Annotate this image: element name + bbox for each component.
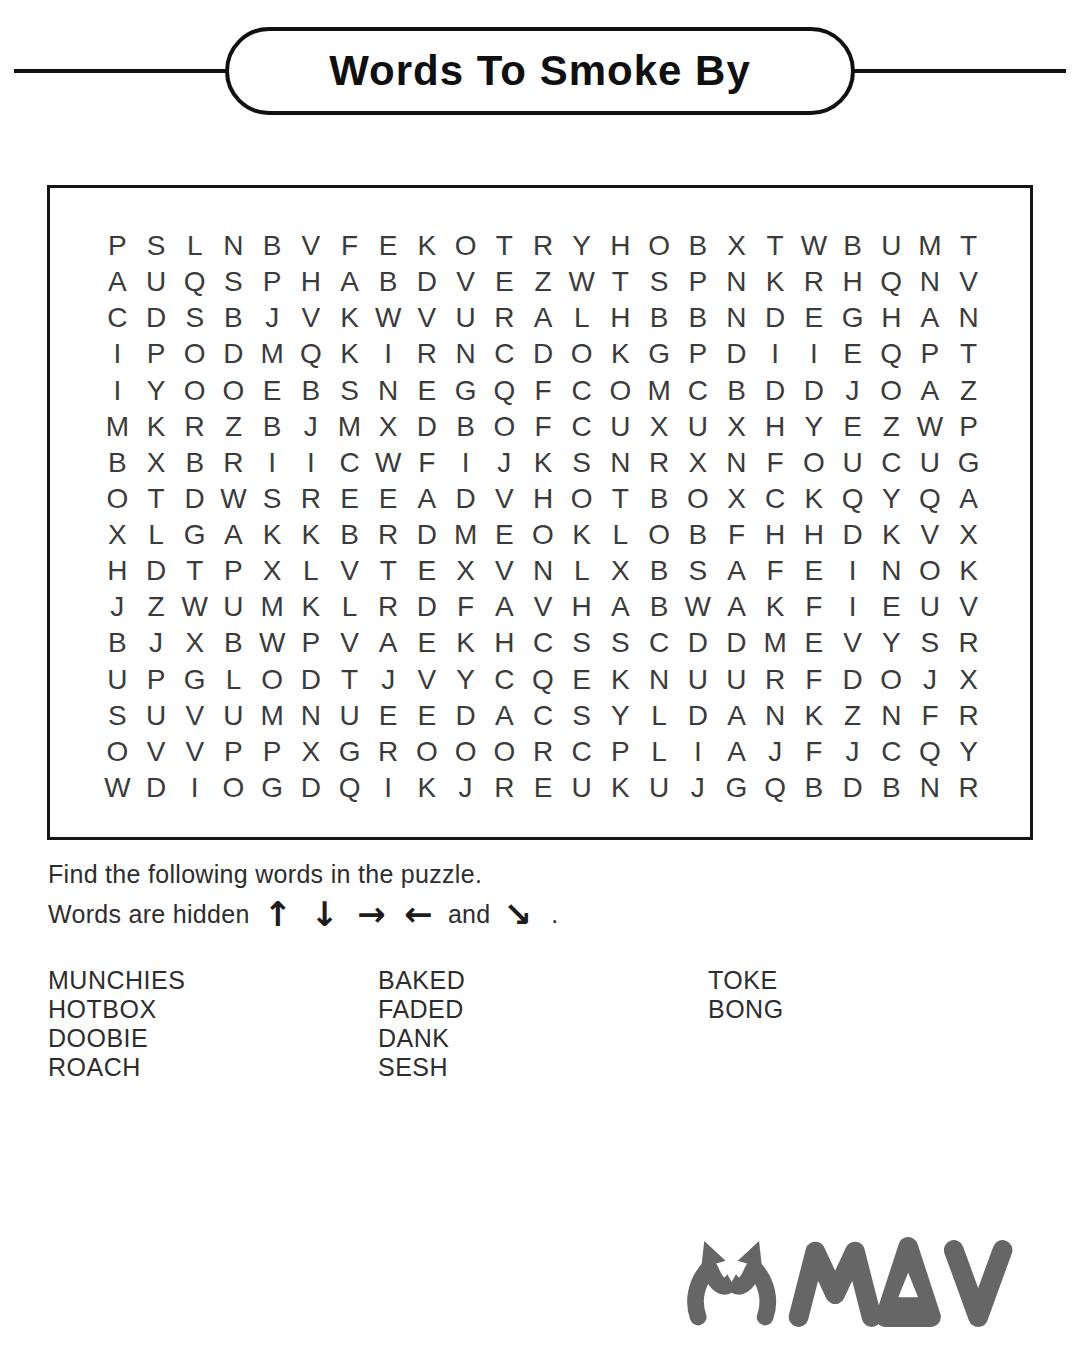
grid-cell: X [640, 409, 679, 445]
grid-cell: O [640, 228, 679, 264]
grid-cell: Z [833, 698, 872, 734]
grid-cell: V [330, 553, 369, 589]
grid-cell: B [253, 228, 292, 264]
grid-cell: S [640, 264, 679, 300]
grid-cell: A [911, 373, 950, 409]
grid-cell: K [949, 553, 988, 589]
grid-cell: L [175, 228, 214, 264]
grid-cell: N [369, 373, 408, 409]
grid-cell: C [562, 409, 601, 445]
grid-cell: E [833, 336, 872, 372]
grid-cell: N [214, 228, 253, 264]
grid-cell: B [640, 553, 679, 589]
grid-cell: K [601, 336, 640, 372]
grid-cell: B [717, 373, 756, 409]
grid-cell: Q [833, 481, 872, 517]
grid-cell: V [949, 589, 988, 625]
grid-cell: K [408, 770, 447, 806]
grid-cell: M [446, 517, 485, 553]
grid-cell: D [446, 481, 485, 517]
grid-cell: U [137, 698, 176, 734]
grid-cell: A [214, 517, 253, 553]
grid-cell: B [833, 228, 872, 264]
grid-cell: P [678, 264, 717, 300]
grid-cell: M [98, 409, 137, 445]
grid-cell: Y [872, 625, 911, 661]
grid-cell: B [369, 264, 408, 300]
grid-cell: U [678, 409, 717, 445]
grid-cell: J [369, 662, 408, 698]
grid-cell: P [253, 264, 292, 300]
grid-cell: H [756, 517, 795, 553]
grid-cell: D [446, 698, 485, 734]
grid-cell: T [175, 553, 214, 589]
grid-cell: H [601, 228, 640, 264]
grid-cell: M [330, 409, 369, 445]
grid-cell: L [214, 662, 253, 698]
grid-cell: I [795, 336, 834, 372]
grid-cell: X [717, 481, 756, 517]
grid-cell: O [214, 373, 253, 409]
grid-cell: X [446, 553, 485, 589]
grid-cell: T [330, 662, 369, 698]
grid-cell: L [640, 698, 679, 734]
grid-cell: B [872, 770, 911, 806]
instructions-line2: Words are hidden ↑ ↓ → ← and ↘ . [48, 897, 559, 931]
grid-cell: I [369, 336, 408, 372]
grid-cell: X [717, 228, 756, 264]
grid-cell: E [795, 553, 834, 589]
grid-cell: I [369, 770, 408, 806]
grid-cell: K [795, 481, 834, 517]
grid-cell: F [408, 445, 447, 481]
grid-cell: J [98, 589, 137, 625]
grid-cell: E [795, 625, 834, 661]
grid-cell: Q [911, 734, 950, 770]
grid-cell: N [601, 445, 640, 481]
grid-cell: E [369, 228, 408, 264]
grid-cell: A [369, 625, 408, 661]
grid-cell: R [369, 589, 408, 625]
grid-cell: U [911, 589, 950, 625]
grid-cell: B [330, 517, 369, 553]
grid-cell: Z [872, 409, 911, 445]
grid-cell: Y [601, 698, 640, 734]
grid-cell: W [175, 589, 214, 625]
grid-cell: E [408, 553, 447, 589]
grid-cell: H [524, 481, 563, 517]
grid-cell: C [562, 373, 601, 409]
word-list-item: DANK [378, 1024, 465, 1053]
grid-cell: E [369, 481, 408, 517]
grid-cell: G [833, 300, 872, 336]
mav-logo [686, 1236, 1036, 1328]
grid-cell: O [601, 373, 640, 409]
grid-cell: O [795, 445, 834, 481]
grid-cell: B [214, 625, 253, 661]
grid-cell: O [175, 336, 214, 372]
grid-cell: Y [446, 662, 485, 698]
grid-cell: C [562, 734, 601, 770]
grid-cell: O [175, 373, 214, 409]
grid-cell: H [98, 553, 137, 589]
grid-cell: V [446, 264, 485, 300]
grid-cell: V [175, 734, 214, 770]
grid-cell: G [640, 336, 679, 372]
grid-cell: P [291, 625, 330, 661]
grid-cell: A [601, 589, 640, 625]
grid-cell: W [369, 445, 408, 481]
grid-cell: N [717, 264, 756, 300]
grid-cell: N [446, 336, 485, 372]
grid-cell: K [756, 264, 795, 300]
grid-cell: C [872, 445, 911, 481]
grid-cell: F [524, 409, 563, 445]
grid-cell: H [485, 625, 524, 661]
grid-cell: L [137, 517, 176, 553]
grid-cell: D [756, 300, 795, 336]
grid-cell: H [291, 264, 330, 300]
grid-cell: U [214, 589, 253, 625]
grid-cell: P [98, 228, 137, 264]
grid-cell: U [911, 445, 950, 481]
grid-cell: N [717, 445, 756, 481]
grid-cell: D [833, 662, 872, 698]
grid-cell: O [911, 553, 950, 589]
grid-cell: X [601, 553, 640, 589]
grid-cell: I [678, 734, 717, 770]
grid-cell: K [756, 589, 795, 625]
left-arrow-icon: ← [404, 897, 433, 931]
grid-cell: R [485, 770, 524, 806]
grid-cell: X [717, 409, 756, 445]
grid-cell: A [911, 300, 950, 336]
grid-cell: T [137, 481, 176, 517]
grid-cell: T [949, 228, 988, 264]
grid-cell: I [833, 589, 872, 625]
grid-cell: F [911, 698, 950, 734]
grid-cell: C [524, 625, 563, 661]
word-list-item: SESH [378, 1053, 465, 1082]
grid-cell: Q [291, 336, 330, 372]
grid-cell: E [369, 698, 408, 734]
grid-cell: S [911, 625, 950, 661]
grid-cell: C [330, 445, 369, 481]
grid-cell: H [562, 589, 601, 625]
grid-cell: N [524, 553, 563, 589]
grid-cell: S [137, 228, 176, 264]
grid-cell: L [330, 589, 369, 625]
grid-cell: A [330, 264, 369, 300]
grid-cell: D [833, 770, 872, 806]
grid-cell: O [562, 481, 601, 517]
grid-cell: S [562, 445, 601, 481]
grid-cell: D [214, 336, 253, 372]
grid-cell: A [98, 264, 137, 300]
grid-cell: C [678, 373, 717, 409]
grid-cell: I [98, 373, 137, 409]
grid-cell: U [562, 770, 601, 806]
grid-cell: R [949, 770, 988, 806]
grid-cell: R [949, 625, 988, 661]
grid-cell: U [601, 409, 640, 445]
page-title: Words To Smoke By [329, 47, 751, 95]
grid-cell: X [678, 445, 717, 481]
diagonal-arrow-icon: ↘ [504, 897, 533, 931]
grid-cell: B [446, 409, 485, 445]
grid-cell: E [562, 662, 601, 698]
grid-cell: A [408, 481, 447, 517]
grid-cell: D [756, 373, 795, 409]
grid-cell: N [911, 264, 950, 300]
puzzle-border-box: PSLNBVFEKOTRYHOBXTWBUMTAUQSPHABDVEZWTSPN… [47, 185, 1033, 840]
grid-cell: J [485, 445, 524, 481]
grid-cell: O [485, 734, 524, 770]
grid-cell: F [795, 589, 834, 625]
grid-cell: R [175, 409, 214, 445]
grid-cell: F [524, 373, 563, 409]
grid-cell: K [601, 662, 640, 698]
word-list-column-2: BAKEDFADEDDANKSESH [378, 966, 465, 1082]
grid-cell: J [446, 770, 485, 806]
grid-cell: V [485, 553, 524, 589]
grid-cell: R [369, 734, 408, 770]
grid-cell: D [408, 264, 447, 300]
grid-cell: P [949, 409, 988, 445]
grid-cell: R [369, 517, 408, 553]
grid-cell: N [911, 770, 950, 806]
grid-cell: R [214, 445, 253, 481]
grid-cell: T [601, 264, 640, 300]
grid-cell: G [175, 517, 214, 553]
grid-cell: K [330, 300, 369, 336]
grid-cell: F [756, 445, 795, 481]
worksheet-page: Words To Smoke By PSLNBVFEKOTRYHOBXTWBUM… [0, 0, 1080, 1350]
grid-cell: U [214, 698, 253, 734]
grid-cell: S [175, 300, 214, 336]
grid-cell: B [98, 445, 137, 481]
grid-cell: U [330, 698, 369, 734]
grid-cell: K [291, 517, 330, 553]
grid-cell: M [253, 589, 292, 625]
grid-cell: N [717, 300, 756, 336]
period-text: . [551, 900, 558, 929]
grid-cell: F [795, 734, 834, 770]
grid-cell: S [330, 373, 369, 409]
grid-cell: N [640, 662, 679, 698]
grid-cell: G [717, 770, 756, 806]
grid-cell: P [214, 553, 253, 589]
grid-cell: Y [949, 734, 988, 770]
grid-cell: B [253, 409, 292, 445]
grid-cell: C [524, 698, 563, 734]
grid-cell: F [717, 517, 756, 553]
grid-cell: O [253, 662, 292, 698]
grid-cell: N [872, 698, 911, 734]
grid-cell: V [949, 264, 988, 300]
grid-cell: L [562, 553, 601, 589]
grid-cell: G [175, 662, 214, 698]
grid-cell: F [446, 589, 485, 625]
word-list-item: TOKE [708, 966, 784, 995]
grid-cell: V [408, 662, 447, 698]
grid-cell: C [640, 625, 679, 661]
grid-cell: S [562, 698, 601, 734]
grid-cell: X [98, 517, 137, 553]
grid-cell: Q [330, 770, 369, 806]
grid-cell: P [253, 734, 292, 770]
grid-cell: N [872, 553, 911, 589]
grid-cell: F [795, 662, 834, 698]
grid-cell: B [678, 517, 717, 553]
grid-cell: B [795, 770, 834, 806]
grid-cell: Z [524, 264, 563, 300]
grid-cell: U [446, 300, 485, 336]
grid-cell: P [678, 336, 717, 372]
grid-cell: D [137, 553, 176, 589]
grid-cell: U [137, 264, 176, 300]
grid-cell: H [601, 300, 640, 336]
grid-cell: T [949, 336, 988, 372]
grid-cell: X [949, 662, 988, 698]
word-list-item: BAKED [378, 966, 465, 995]
grid-cell: S [214, 264, 253, 300]
grid-cell: E [408, 373, 447, 409]
grid-cell: D [678, 625, 717, 661]
grid-cell: O [872, 662, 911, 698]
up-arrow-icon: ↑ [264, 897, 293, 931]
grid-cell: N [949, 300, 988, 336]
grid-cell: J [137, 625, 176, 661]
grid-cell: Q [872, 336, 911, 372]
grid-cell: Y [872, 481, 911, 517]
grid-cell: H [795, 517, 834, 553]
grid-cell: E [872, 589, 911, 625]
grid-cell: Q [485, 373, 524, 409]
grid-cell: S [678, 553, 717, 589]
grid-cell: C [756, 481, 795, 517]
letter-grid: PSLNBVFEKOTRYHOBXTWBUMTAUQSPHABDVEZWTSPN… [98, 228, 988, 806]
grid-cell: Z [137, 589, 176, 625]
grid-cell: B [98, 625, 137, 661]
grid-cell: V [485, 481, 524, 517]
grid-cell: E [833, 409, 872, 445]
grid-cell: K [872, 517, 911, 553]
grid-cell: W [369, 300, 408, 336]
conjunction-text: and [448, 900, 491, 929]
grid-cell: E [408, 625, 447, 661]
grid-cell: R [291, 481, 330, 517]
grid-cell: N [756, 698, 795, 734]
grid-cell: R [949, 698, 988, 734]
grid-cell: H [833, 264, 872, 300]
word-list-item: ROACH [48, 1053, 185, 1082]
grid-cell: E [485, 264, 524, 300]
grid-cell: D [833, 517, 872, 553]
grid-cell: L [640, 734, 679, 770]
grid-cell: D [678, 698, 717, 734]
word-list-item: DOOBIE [48, 1024, 185, 1053]
grid-cell: M [911, 228, 950, 264]
grid-cell: U [98, 662, 137, 698]
grid-cell: E [408, 698, 447, 734]
grid-cell: O [408, 734, 447, 770]
word-list-column-1: MUNCHIESHOTBOXDOOBIEROACH [48, 966, 185, 1082]
grid-cell: K [408, 228, 447, 264]
grid-cell: K [795, 698, 834, 734]
grid-cell: Q [911, 481, 950, 517]
grid-cell: G [446, 373, 485, 409]
grid-cell: A [717, 734, 756, 770]
grid-cell: K [562, 517, 601, 553]
grid-cell: V [137, 734, 176, 770]
word-list-item: BONG [708, 995, 784, 1024]
grid-cell: V [291, 300, 330, 336]
grid-cell: D [137, 300, 176, 336]
grid-cell: D [717, 336, 756, 372]
grid-cell: J [911, 662, 950, 698]
grid-cell: K [137, 409, 176, 445]
grid-cell: E [524, 770, 563, 806]
grid-cell: X [137, 445, 176, 481]
grid-cell: J [833, 734, 872, 770]
grid-cell: W [214, 481, 253, 517]
grid-cell: J [833, 373, 872, 409]
grid-cell: M [253, 698, 292, 734]
grid-cell: P [137, 662, 176, 698]
grid-cell: X [369, 409, 408, 445]
grid-cell: F [330, 228, 369, 264]
grid-cell: A [485, 589, 524, 625]
grid-cell: I [446, 445, 485, 481]
grid-cell: R [524, 734, 563, 770]
grid-cell: P [601, 734, 640, 770]
grid-cell: V [291, 228, 330, 264]
grid-cell: A [949, 481, 988, 517]
grid-cell: M [756, 625, 795, 661]
grid-cell: P [137, 336, 176, 372]
grid-cell: T [756, 228, 795, 264]
grid-cell: O [640, 517, 679, 553]
grid-cell: T [601, 481, 640, 517]
grid-cell: W [253, 625, 292, 661]
grid-cell: I [98, 336, 137, 372]
grid-cell: U [678, 662, 717, 698]
grid-cell: V [911, 517, 950, 553]
word-list-item: FADED [378, 995, 465, 1024]
grid-cell: V [330, 625, 369, 661]
grid-cell: A [485, 698, 524, 734]
grid-cell: B [291, 373, 330, 409]
grid-cell: Z [214, 409, 253, 445]
grid-cell: O [872, 373, 911, 409]
grid-cell: R [640, 445, 679, 481]
grid-cell: M [253, 336, 292, 372]
grid-cell: V [524, 589, 563, 625]
grid-cell: V [175, 698, 214, 734]
word-list-column-3: TOKEBONG [708, 966, 784, 1024]
grid-cell: K [446, 625, 485, 661]
grid-cell: E [330, 481, 369, 517]
grid-cell: A [717, 553, 756, 589]
grid-cell: C [485, 336, 524, 372]
grid-cell: Q [872, 264, 911, 300]
grid-cell: E [795, 300, 834, 336]
down-arrow-icon: ↓ [310, 897, 339, 931]
grid-cell: W [911, 409, 950, 445]
grid-cell: S [98, 698, 137, 734]
grid-cell: R [408, 336, 447, 372]
